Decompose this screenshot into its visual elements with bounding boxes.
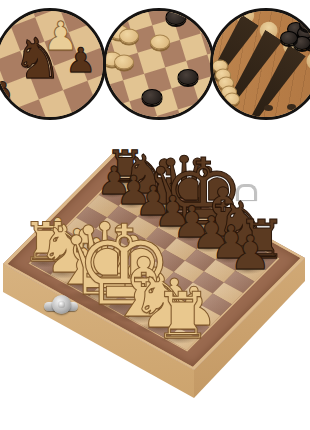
chess-piece-black-p: ♟ xyxy=(229,230,271,277)
checker-piece-dark xyxy=(141,89,162,105)
backgammon-dot xyxy=(287,104,296,110)
checker-piece-light xyxy=(150,34,170,49)
backgammon-checker-light xyxy=(224,92,240,105)
inset-backgammon-closeup xyxy=(210,8,310,120)
checker-piece-light xyxy=(114,54,134,69)
checker-piece-light xyxy=(119,29,139,44)
backgammon-checker-dark xyxy=(280,31,298,45)
chess-piece-white-r: ♜ xyxy=(154,284,211,348)
checker-piece-dark xyxy=(177,69,198,85)
inset-checkers-closeup xyxy=(103,8,215,120)
clasp-latch-icon xyxy=(44,294,78,320)
clasp-screw xyxy=(58,301,65,308)
backgammon-point-top xyxy=(303,49,310,74)
hinge-icon xyxy=(236,184,257,200)
inset-chess-piece-dark: ♟ xyxy=(65,44,95,78)
product-photo: ♞♟♟♟ ♜♞♝♛♚♝♞♜♟♟♟♟♟♟♟♟♟♟♟♟♟♟♟♟♜♞♝♛♚♝♞♜ xyxy=(0,0,310,430)
